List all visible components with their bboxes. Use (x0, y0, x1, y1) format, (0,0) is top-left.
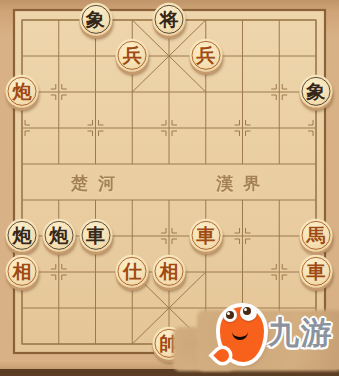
piece-red-horse[interactable]: 馬 (300, 219, 333, 252)
piece-character: 象 (86, 10, 105, 29)
piece-character: 馬 (307, 226, 326, 245)
piece-character: 車 (307, 262, 326, 281)
piece-red-advisor[interactable]: 仕 (116, 255, 149, 288)
piece-character: 兵 (196, 46, 215, 65)
piece-character: 車 (86, 226, 105, 245)
jiuyou-mascot-icon (220, 303, 265, 363)
piece-red-chariot[interactable]: 車 (189, 219, 222, 252)
piece-black-cannon[interactable]: 炮 (6, 219, 39, 252)
piece-red-cannon[interactable]: 炮 (6, 75, 39, 108)
piece-black-general[interactable]: 将 (153, 3, 186, 36)
river-label-right: 漢界 (216, 172, 270, 195)
piece-character: 炮 (49, 226, 68, 245)
piece-red-chariot[interactable]: 車 (300, 255, 333, 288)
piece-red-soldier[interactable]: 兵 (116, 39, 149, 72)
piece-red-elephant[interactable]: 相 (153, 255, 186, 288)
xiangqi-game-screenshot: 楚河 漢界 象将兵兵炮象炮炮車車馬相仕相車帥 九游 (0, 0, 339, 376)
mascot-right-eye (240, 304, 257, 321)
piece-black-cannon[interactable]: 炮 (42, 219, 75, 252)
piece-red-soldier[interactable]: 兵 (189, 39, 222, 72)
piece-character: 炮 (13, 226, 32, 245)
piece-character: 象 (307, 82, 326, 101)
piece-character: 相 (160, 262, 179, 281)
mascot-left-eye (223, 308, 237, 322)
piece-black-elephant[interactable]: 象 (79, 3, 112, 36)
piece-character: 将 (160, 10, 179, 29)
piece-black-elephant[interactable]: 象 (300, 75, 333, 108)
jiuyou-logo: 九游 (198, 294, 339, 376)
piece-character: 車 (196, 226, 215, 245)
piece-character: 相 (13, 262, 32, 281)
piece-red-elephant[interactable]: 相 (6, 255, 39, 288)
piece-character: 兵 (123, 46, 142, 65)
river-label-left: 楚河 (71, 172, 125, 195)
piece-character: 仕 (123, 262, 142, 281)
piece-black-chariot[interactable]: 車 (79, 219, 112, 252)
piece-character: 炮 (13, 82, 32, 101)
jiuyou-brand-text: 九游 (268, 312, 334, 354)
